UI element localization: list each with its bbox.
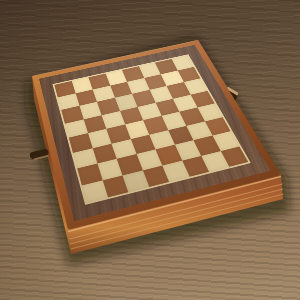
scene bbox=[0, 0, 300, 300]
